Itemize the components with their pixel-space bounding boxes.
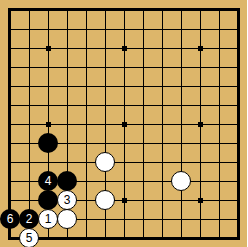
white-stone-move-1: 1 — [38, 209, 58, 229]
black-stone-move-2: 2 — [19, 209, 39, 229]
white-stone — [57, 209, 77, 229]
go-board-diagram: 436215 — [0, 0, 247, 247]
white-stone — [171, 171, 191, 191]
black-stone — [38, 190, 58, 210]
black-stone — [57, 171, 77, 191]
black-stone-move-4: 4 — [38, 171, 58, 191]
white-stone — [95, 152, 115, 172]
black-stone-move-6: 6 — [0, 209, 20, 229]
white-stone-move-5: 5 — [19, 228, 39, 247]
white-stone-move-3: 3 — [57, 190, 77, 210]
black-stone — [38, 133, 58, 153]
white-stone — [95, 190, 115, 210]
board-stones-layer: 436215 — [1, 1, 248, 247]
